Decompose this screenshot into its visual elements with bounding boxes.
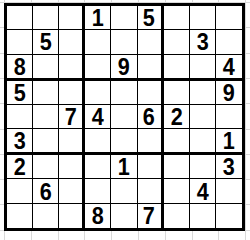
cell-r3c3[interactable] [59,55,85,81]
cell-r6c8[interactable] [190,129,216,155]
cell-r9c7[interactable] [164,204,190,228]
cell-r5c1[interactable] [7,105,33,129]
cell-r9c8[interactable] [190,204,216,228]
given-digit: 6 [143,105,155,128]
given-digit: 1 [92,6,104,29]
cell-r1c8[interactable] [190,6,216,30]
given-digit: 8 [14,55,26,78]
cell-r7c5: 1 [111,155,137,179]
given-digit: 7 [143,204,155,227]
cell-r4c5[interactable] [111,81,137,105]
cell-r4c8[interactable] [190,81,216,105]
given-digit: 3 [223,155,235,178]
cell-r3c5: 9 [111,55,137,81]
cell-r3c9: 4 [216,55,242,81]
given-digit: 5 [40,30,52,53]
given-digit: 3 [196,30,208,53]
cell-r1c3[interactable] [59,6,85,30]
cell-r3c7[interactable] [164,55,190,81]
cell-r8c4[interactable] [85,179,111,203]
cell-r5c4: 4 [85,105,111,129]
cell-r7c3[interactable] [59,155,85,179]
cell-r3c6[interactable] [138,55,164,81]
given-digit: 1 [118,155,130,178]
cell-r9c3[interactable] [59,204,85,228]
cell-r9c9[interactable] [216,204,242,228]
given-digit: 4 [223,55,235,78]
cell-r4c7[interactable] [164,81,190,105]
cell-r5c8[interactable] [190,105,216,129]
cell-r1c4: 1 [85,6,111,30]
cell-r9c2[interactable] [33,204,59,228]
cell-r7c1: 2 [7,155,33,179]
given-digit: 5 [14,81,26,104]
cell-r5c6: 6 [138,105,164,129]
cell-r5c9[interactable] [216,105,242,129]
cell-r8c6[interactable] [138,179,164,203]
cell-r3c1: 8 [7,55,33,81]
cell-r3c2[interactable] [33,55,59,81]
cell-r2c5[interactable] [111,30,137,54]
given-digit: 9 [223,81,235,104]
cell-r7c6[interactable] [138,155,164,179]
cell-r1c6: 5 [138,6,164,30]
cell-r7c7[interactable] [164,155,190,179]
cell-r4c1: 5 [7,81,33,105]
given-digit: 1 [223,129,235,152]
cell-r6c9: 1 [216,129,242,155]
cell-r4c4[interactable] [85,81,111,105]
cell-r9c6: 7 [138,204,164,228]
cell-r1c9[interactable] [216,6,242,30]
cell-r9c1[interactable] [7,204,33,228]
cell-r6c5[interactable] [111,129,137,155]
cell-r8c2: 6 [33,179,59,203]
cell-r2c7[interactable] [164,30,190,54]
cell-r5c2[interactable] [33,105,59,129]
given-digit: 9 [118,55,130,78]
given-digit: 4 [196,180,208,203]
cell-r5c3: 7 [59,105,85,129]
cell-r8c8: 4 [190,179,216,203]
cell-r8c9[interactable] [216,179,242,203]
cell-r5c7: 2 [164,105,190,129]
given-digit: 5 [143,6,155,29]
given-digit: 2 [170,105,182,128]
cell-r6c2[interactable] [33,129,59,155]
cell-r2c2: 5 [33,30,59,54]
cell-r1c5[interactable] [111,6,137,30]
cell-r7c9: 3 [216,155,242,179]
cell-r8c7[interactable] [164,179,190,203]
cell-r1c7[interactable] [164,6,190,30]
cell-r6c4[interactable] [85,129,111,155]
cell-r5c5[interactable] [111,105,137,129]
given-digit: 6 [40,180,52,203]
given-digit: 8 [92,204,104,227]
cell-r3c8[interactable] [190,55,216,81]
cell-r9c5[interactable] [111,204,137,228]
cell-r2c6[interactable] [138,30,164,54]
cell-r8c3[interactable] [59,179,85,203]
cell-r2c4[interactable] [85,30,111,54]
cell-r2c1[interactable] [7,30,33,54]
cell-r2c9[interactable] [216,30,242,54]
cell-r3c4[interactable] [85,55,111,81]
cell-r4c6[interactable] [138,81,164,105]
cell-r6c1: 3 [7,129,33,155]
cell-r1c2[interactable] [33,6,59,30]
given-digit: 3 [14,129,26,152]
cell-r7c2[interactable] [33,155,59,179]
cell-r6c6[interactable] [138,129,164,155]
cell-r2c3[interactable] [59,30,85,54]
cell-r8c1[interactable] [7,179,33,203]
cell-r8c5[interactable] [111,179,137,203]
cell-r6c7[interactable] [164,129,190,155]
sudoku-board: 1553894597462312136487 [4,3,245,231]
cell-r2c8: 3 [190,30,216,54]
cell-r7c4[interactable] [85,155,111,179]
cell-r9c4: 8 [85,204,111,228]
cell-r4c9: 9 [216,81,242,105]
given-digit: 2 [14,155,26,178]
cell-r4c3[interactable] [59,81,85,105]
given-digit: 4 [92,105,104,128]
cell-r4c2[interactable] [33,81,59,105]
cell-r6c3[interactable] [59,129,85,155]
cell-r1c1[interactable] [7,6,33,30]
cell-r7c8[interactable] [190,155,216,179]
given-digit: 7 [65,105,77,128]
sudoku-page: 1553894597462312136487 [0,0,250,240]
